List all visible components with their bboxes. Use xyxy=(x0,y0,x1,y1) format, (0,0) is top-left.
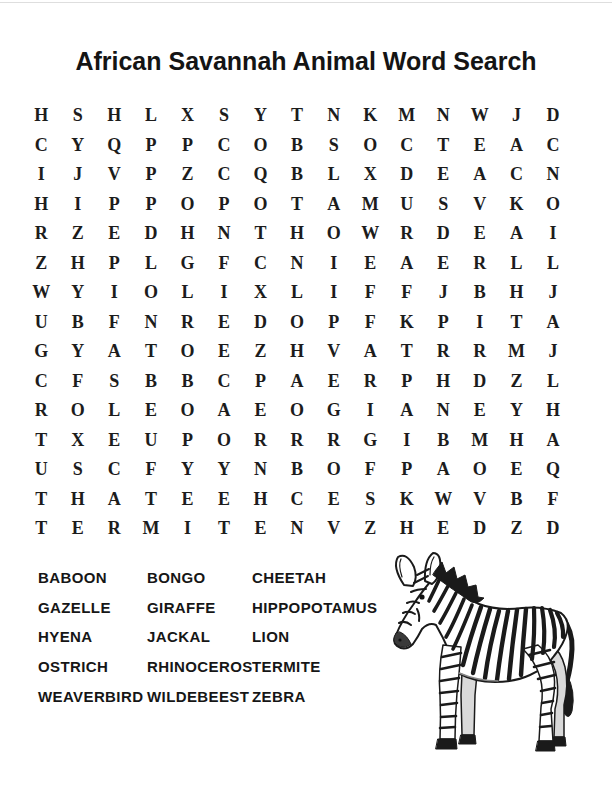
grid-cell-r11c2[interactable]: O xyxy=(60,396,97,426)
grid-cell-r2c13[interactable]: E xyxy=(462,131,499,161)
grid-cell-r10c13[interactable]: D xyxy=(462,367,499,397)
grid-cell-r6c10[interactable]: E xyxy=(352,249,389,279)
grid-cell-r15c3[interactable]: R xyxy=(96,514,133,544)
grid-cell-r9c4[interactable]: T xyxy=(133,337,170,367)
grid-cell-r12c8[interactable]: R xyxy=(279,426,316,456)
grid-cell-r11c8[interactable]: O xyxy=(279,396,316,426)
grid-cell-r6c7[interactable]: C xyxy=(242,249,279,279)
grid-cell-r9c15[interactable]: J xyxy=(535,337,572,367)
grid-cell-r15c10[interactable]: Z xyxy=(352,514,389,544)
grid-cell-r12c2[interactable]: X xyxy=(60,426,97,456)
grid-cell-r1c3[interactable]: H xyxy=(96,101,133,131)
page-title: African Savannah Animal Word Search xyxy=(0,47,612,76)
grid-cell-r7c13[interactable]: B xyxy=(462,278,499,308)
grid-cell-r2c6[interactable]: C xyxy=(206,131,243,161)
grid-cell-r10c1[interactable]: C xyxy=(23,367,60,397)
grid-cell-r1c4[interactable]: L xyxy=(133,101,170,131)
grid-cell-r11c9[interactable]: G xyxy=(315,396,352,426)
grid-cell-r3c5[interactable]: Z xyxy=(169,160,206,190)
grid-cell-r15c12[interactable]: E xyxy=(425,514,462,544)
grid-cell-r5c5[interactable]: H xyxy=(169,219,206,249)
grid-cell-r6c4[interactable]: L xyxy=(133,249,170,279)
grid-cell-r5c2[interactable]: Z xyxy=(60,219,97,249)
grid-cell-r11c11[interactable]: A xyxy=(388,396,425,426)
grid-cell-r3c14[interactable]: C xyxy=(498,160,535,190)
grid-cell-r15c15[interactable]: D xyxy=(535,514,572,544)
grid-cell-r2c9[interactable]: S xyxy=(315,131,352,161)
grid-cell-r15c6[interactable]: T xyxy=(206,514,243,544)
grid-cell-r5c1[interactable]: R xyxy=(23,219,60,249)
word-list-item-zebra: ZEBRA xyxy=(252,688,377,705)
grid-cell-r15c11[interactable]: H xyxy=(388,514,425,544)
grid-cell-r10c9[interactable]: E xyxy=(315,367,352,397)
grid-cell-r14c9[interactable]: E xyxy=(315,485,352,515)
grid-cell-r7c2[interactable]: Y xyxy=(60,278,97,308)
grid-cell-r11c3[interactable]: L xyxy=(96,396,133,426)
grid-cell-r14c15[interactable]: F xyxy=(535,485,572,515)
grid-cell-r7c8[interactable]: L xyxy=(279,278,316,308)
grid-cell-r8c3[interactable]: F xyxy=(96,308,133,338)
grid-cell-r1c10[interactable]: K xyxy=(352,101,389,131)
grid-cell-r15c4[interactable]: M xyxy=(133,514,170,544)
grid-cell-r6c11[interactable]: A xyxy=(388,249,425,279)
grid-cell-r3c10[interactable]: X xyxy=(352,160,389,190)
grid-cell-r1c8[interactable]: T xyxy=(279,101,316,131)
grid-cell-r2c15[interactable]: C xyxy=(535,131,572,161)
grid-cell-r3c3[interactable]: V xyxy=(96,160,133,190)
grid-cell-r5c4[interactable]: D xyxy=(133,219,170,249)
grid-cell-r2c4[interactable]: P xyxy=(133,131,170,161)
grid-cell-r4c4[interactable]: P xyxy=(133,190,170,220)
grid-cell-r11c12[interactable]: N xyxy=(425,396,462,426)
grid-cell-r3c6[interactable]: C xyxy=(206,160,243,190)
grid-cell-r8c6[interactable]: E xyxy=(206,308,243,338)
grid-cell-r7c12[interactable]: J xyxy=(425,278,462,308)
grid-cell-r10c15[interactable]: L xyxy=(535,367,572,397)
grid-cell-r5c14[interactable]: A xyxy=(498,219,535,249)
grid-cell-r4c12[interactable]: S xyxy=(425,190,462,220)
grid-cell-r12c7[interactable]: R xyxy=(242,426,279,456)
grid-cell-r5c15[interactable]: I xyxy=(535,219,572,249)
grid-cell-r12c15[interactable]: A xyxy=(535,426,572,456)
grid-cell-r9c7[interactable]: Z xyxy=(242,337,279,367)
grid-cell-r10c6[interactable]: C xyxy=(206,367,243,397)
grid-cell-r8c8[interactable]: O xyxy=(279,308,316,338)
grid-cell-r14c14[interactable]: B xyxy=(498,485,535,515)
grid-cell-r12c12[interactable]: B xyxy=(425,426,462,456)
grid-cell-r4c6[interactable]: P xyxy=(206,190,243,220)
word-list: BABOONBONGOCHEETAHGAZELLEGIRAFFEHIPPOPOT… xyxy=(38,563,377,711)
grid-cell-r2c5[interactable]: P xyxy=(169,131,206,161)
word-list-item-gazelle: GAZELLE xyxy=(38,599,147,616)
grid-cell-r13c3[interactable]: C xyxy=(96,455,133,485)
grid-cell-r9c6[interactable]: E xyxy=(206,337,243,367)
word-list-item-rhinoceros: RHINOCEROS xyxy=(147,658,252,675)
grid-cell-r1c7[interactable]: Y xyxy=(242,101,279,131)
grid-cell-r5c8[interactable]: H xyxy=(279,219,316,249)
grid-cell-r9c5[interactable]: O xyxy=(169,337,206,367)
grid-cell-r13c1[interactable]: U xyxy=(23,455,60,485)
grid-cell-r6c15[interactable]: L xyxy=(535,249,572,279)
grid-cell-r8c11[interactable]: K xyxy=(388,308,425,338)
grid-cell-r6c3[interactable]: P xyxy=(96,249,133,279)
grid-cell-r15c5[interactable]: I xyxy=(169,514,206,544)
grid-cell-r12c5[interactable]: P xyxy=(169,426,206,456)
grid-cell-r2c12[interactable]: T xyxy=(425,131,462,161)
grid-cell-r1c12[interactable]: N xyxy=(425,101,462,131)
grid-cell-r14c10[interactable]: S xyxy=(352,485,389,515)
grid-cell-r10c10[interactable]: R xyxy=(352,367,389,397)
word-list-item-wildebeest: WILDEBEEST xyxy=(147,688,252,705)
grid-cell-r4c7[interactable]: O xyxy=(242,190,279,220)
grid-cell-r12c3[interactable]: E xyxy=(96,426,133,456)
grid-cell-r9c10[interactable]: A xyxy=(352,337,389,367)
grid-cell-r8c12[interactable]: P xyxy=(425,308,462,338)
grid-cell-r6c12[interactable]: E xyxy=(425,249,462,279)
grid-cell-r11c15[interactable]: H xyxy=(535,396,572,426)
grid-cell-r10c11[interactable]: P xyxy=(388,367,425,397)
grid-cell-r5c6[interactable]: N xyxy=(206,219,243,249)
grid-cell-r2c7[interactable]: O xyxy=(242,131,279,161)
grid-cell-r7c4[interactable]: O xyxy=(133,278,170,308)
word-list-item-hyena: HYENA xyxy=(38,628,147,645)
grid-cell-r7c7[interactable]: X xyxy=(242,278,279,308)
word-search-grid: HSHLXSYTNKMNWJDCYQPPCOBSOCTEACIJVPZCQBLX… xyxy=(23,101,571,544)
grid-cell-r5c10[interactable]: W xyxy=(352,219,389,249)
grid-cell-r6c8[interactable]: N xyxy=(279,249,316,279)
grid-cell-r9c12[interactable]: R xyxy=(425,337,462,367)
grid-cell-r10c5[interactable]: B xyxy=(169,367,206,397)
grid-cell-r15c7[interactable]: E xyxy=(242,514,279,544)
grid-cell-r4c1[interactable]: H xyxy=(23,190,60,220)
grid-cell-r3c15[interactable]: N xyxy=(535,160,572,190)
grid-cell-r8c2[interactable]: B xyxy=(60,308,97,338)
grid-cell-r4c2[interactable]: I xyxy=(60,190,97,220)
grid-cell-r13c14[interactable]: E xyxy=(498,455,535,485)
grid-cell-r14c4[interactable]: T xyxy=(133,485,170,515)
grid-cell-r7c11[interactable]: F xyxy=(388,278,425,308)
grid-cell-r6c5[interactable]: G xyxy=(169,249,206,279)
grid-cell-r12c11[interactable]: I xyxy=(388,426,425,456)
grid-cell-r2c14[interactable]: A xyxy=(498,131,535,161)
word-list-item-weaverbird: WEAVERBIRD xyxy=(38,688,147,705)
grid-cell-r11c13[interactable]: E xyxy=(462,396,499,426)
grid-cell-r4c5[interactable]: O xyxy=(169,190,206,220)
word-list-item-ostrich: OSTRICH xyxy=(38,658,147,675)
grid-cell-r2c11[interactable]: C xyxy=(388,131,425,161)
grid-cell-r15c14[interactable]: Z xyxy=(498,514,535,544)
zebra-illustration xyxy=(383,545,588,765)
grid-cell-r11c6[interactable]: A xyxy=(206,396,243,426)
word-list-item-baboon: BABOON xyxy=(38,569,147,586)
grid-cell-r14c6[interactable]: E xyxy=(206,485,243,515)
word-list-item-hippopotamus: HIPPOPOTAMUS xyxy=(252,599,377,616)
grid-cell-r8c14[interactable]: T xyxy=(498,308,535,338)
grid-cell-r10c12[interactable]: H xyxy=(425,367,462,397)
grid-cell-r15c1[interactable]: T xyxy=(23,514,60,544)
grid-cell-r11c14[interactable]: Y xyxy=(498,396,535,426)
grid-cell-r11c4[interactable]: E xyxy=(133,396,170,426)
grid-cell-r4c8[interactable]: T xyxy=(279,190,316,220)
word-list-item-giraffe: GIRAFFE xyxy=(147,599,252,616)
grid-cell-r8c15[interactable]: A xyxy=(535,308,572,338)
grid-cell-r4c11[interactable]: U xyxy=(388,190,425,220)
grid-cell-r2c8[interactable]: B xyxy=(279,131,316,161)
grid-cell-r11c10[interactable]: I xyxy=(352,396,389,426)
grid-cell-r12c13[interactable]: M xyxy=(462,426,499,456)
grid-cell-r7c6[interactable]: I xyxy=(206,278,243,308)
grid-cell-r14c12[interactable]: W xyxy=(425,485,462,515)
grid-cell-r6c1[interactable]: Z xyxy=(23,249,60,279)
grid-cell-r13c10[interactable]: F xyxy=(352,455,389,485)
grid-cell-r6c6[interactable]: F xyxy=(206,249,243,279)
grid-cell-r3c2[interactable]: J xyxy=(60,160,97,190)
grid-cell-r1c2[interactable]: S xyxy=(60,101,97,131)
grid-cell-r1c9[interactable]: N xyxy=(315,101,352,131)
grid-cell-r13c7[interactable]: N xyxy=(242,455,279,485)
grid-cell-r10c8[interactable]: A xyxy=(279,367,316,397)
grid-cell-r11c5[interactable]: O xyxy=(169,396,206,426)
grid-cell-r9c13[interactable]: R xyxy=(462,337,499,367)
grid-cell-r12c14[interactable]: H xyxy=(498,426,535,456)
grid-cell-r6c2[interactable]: H xyxy=(60,249,97,279)
grid-cell-r10c3[interactable]: S xyxy=(96,367,133,397)
grid-cell-r1c6[interactable]: S xyxy=(206,101,243,131)
grid-cell-r12c1[interactable]: T xyxy=(23,426,60,456)
grid-cell-r3c13[interactable]: A xyxy=(462,160,499,190)
grid-cell-r15c8[interactable]: N xyxy=(279,514,316,544)
grid-cell-r6c14[interactable]: L xyxy=(498,249,535,279)
grid-cell-r9c3[interactable]: A xyxy=(96,337,133,367)
grid-cell-r15c9[interactable]: V xyxy=(315,514,352,544)
grid-cell-r8c4[interactable]: N xyxy=(133,308,170,338)
grid-cell-r5c3[interactable]: E xyxy=(96,219,133,249)
grid-cell-r8c7[interactable]: D xyxy=(242,308,279,338)
grid-cell-r7c5[interactable]: L xyxy=(169,278,206,308)
grid-cell-r5c12[interactable]: D xyxy=(425,219,462,249)
grid-cell-r8c1[interactable]: U xyxy=(23,308,60,338)
grid-cell-r9c9[interactable]: V xyxy=(315,337,352,367)
grid-cell-r1c13[interactable]: W xyxy=(462,101,499,131)
grid-cell-r3c9[interactable]: L xyxy=(315,160,352,190)
grid-cell-r9c11[interactable]: T xyxy=(388,337,425,367)
grid-cell-r14c11[interactable]: K xyxy=(388,485,425,515)
grid-cell-r14c3[interactable]: A xyxy=(96,485,133,515)
grid-cell-r11c1[interactable]: R xyxy=(23,396,60,426)
grid-cell-r14c7[interactable]: H xyxy=(242,485,279,515)
grid-cell-r7c1[interactable]: W xyxy=(23,278,60,308)
grid-cell-r3c1[interactable]: I xyxy=(23,160,60,190)
grid-cell-r10c7[interactable]: P xyxy=(242,367,279,397)
word-list-item-bongo: BONGO xyxy=(147,569,252,586)
grid-cell-r3c11[interactable]: D xyxy=(388,160,425,190)
grid-cell-r9c1[interactable]: G xyxy=(23,337,60,367)
grid-cell-r4c13[interactable]: V xyxy=(462,190,499,220)
grid-cell-r10c2[interactable]: F xyxy=(60,367,97,397)
grid-cell-r4c14[interactable]: K xyxy=(498,190,535,220)
grid-cell-r7c10[interactable]: F xyxy=(352,278,389,308)
grid-cell-r3c4[interactable]: P xyxy=(133,160,170,190)
grid-cell-r5c9[interactable]: O xyxy=(315,219,352,249)
grid-cell-r2c3[interactable]: Q xyxy=(96,131,133,161)
grid-cell-r1c1[interactable]: H xyxy=(23,101,60,131)
grid-cell-r14c13[interactable]: V xyxy=(462,485,499,515)
grid-cell-r12c4[interactable]: U xyxy=(133,426,170,456)
grid-cell-r1c11[interactable]: M xyxy=(388,101,425,131)
grid-cell-r5c13[interactable]: E xyxy=(462,219,499,249)
grid-cell-r13c6[interactable]: Y xyxy=(206,455,243,485)
grid-cell-r9c2[interactable]: Y xyxy=(60,337,97,367)
grid-cell-r4c9[interactable]: A xyxy=(315,190,352,220)
grid-cell-r15c13[interactable]: D xyxy=(462,514,499,544)
grid-cell-r9c8[interactable]: H xyxy=(279,337,316,367)
grid-cell-r12c6[interactable]: O xyxy=(206,426,243,456)
zebra-image xyxy=(383,545,588,765)
grid-cell-r4c15[interactable]: O xyxy=(535,190,572,220)
word-list-item-cheetah: CHEETAH xyxy=(252,569,377,586)
grid-cell-r4c10[interactable]: M xyxy=(352,190,389,220)
grid-cell-r7c14[interactable]: H xyxy=(498,278,535,308)
grid-cell-r13c2[interactable]: S xyxy=(60,455,97,485)
grid-cell-r7c15[interactable]: J xyxy=(535,278,572,308)
grid-cell-r13c4[interactable]: F xyxy=(133,455,170,485)
grid-cell-r4c3[interactable]: P xyxy=(96,190,133,220)
word-list-item-lion: LION xyxy=(252,628,377,645)
grid-cell-r13c11[interactable]: P xyxy=(388,455,425,485)
grid-cell-r15c2[interactable]: E xyxy=(60,514,97,544)
grid-cell-r14c2[interactable]: H xyxy=(60,485,97,515)
grid-cell-r13c9[interactable]: O xyxy=(315,455,352,485)
grid-cell-r11c7[interactable]: E xyxy=(242,396,279,426)
grid-cell-r12c10[interactable]: G xyxy=(352,426,389,456)
grid-cell-r1c15[interactable]: D xyxy=(535,101,572,131)
grid-cell-r10c14[interactable]: Z xyxy=(498,367,535,397)
grid-cell-r6c13[interactable]: R xyxy=(462,249,499,279)
grid-cell-r14c1[interactable]: T xyxy=(23,485,60,515)
grid-cell-r13c13[interactable]: O xyxy=(462,455,499,485)
grid-cell-r3c8[interactable]: B xyxy=(279,160,316,190)
grid-cell-r9c14[interactable]: M xyxy=(498,337,535,367)
word-list-item-jackal: JACKAL xyxy=(147,628,252,645)
word-list-item-termite: TERMITE xyxy=(252,658,377,675)
grid-cell-r8c10[interactable]: F xyxy=(352,308,389,338)
grid-cell-r13c8[interactable]: B xyxy=(279,455,316,485)
grid-cell-r12c9[interactable]: R xyxy=(315,426,352,456)
grid-cell-r1c14[interactable]: J xyxy=(498,101,535,131)
grid-cell-r8c13[interactable]: I xyxy=(462,308,499,338)
grid-cell-r8c9[interactable]: P xyxy=(315,308,352,338)
grid-cell-r3c12[interactable]: E xyxy=(425,160,462,190)
grid-cell-r13c5[interactable]: Y xyxy=(169,455,206,485)
grid-cell-r8c5[interactable]: R xyxy=(169,308,206,338)
grid-cell-r3c7[interactable]: Q xyxy=(242,160,279,190)
grid-cell-r10c4[interactable]: B xyxy=(133,367,170,397)
grid-cell-r2c1[interactable]: C xyxy=(23,131,60,161)
grid-cell-r13c12[interactable]: A xyxy=(425,455,462,485)
grid-cell-r14c8[interactable]: C xyxy=(279,485,316,515)
grid-cell-r5c7[interactable]: T xyxy=(242,219,279,249)
grid-cell-r14c5[interactable]: E xyxy=(169,485,206,515)
grid-cell-r2c2[interactable]: Y xyxy=(60,131,97,161)
grid-cell-r6c9[interactable]: I xyxy=(315,249,352,279)
grid-cell-r5c11[interactable]: R xyxy=(388,219,425,249)
grid-cell-r13c15[interactable]: Q xyxy=(535,455,572,485)
grid-cell-r7c3[interactable]: I xyxy=(96,278,133,308)
grid-cell-r2c10[interactable]: O xyxy=(352,131,389,161)
page-top-edge xyxy=(0,2,612,3)
grid-cell-r7c9[interactable]: I xyxy=(315,278,352,308)
grid-cell-r1c5[interactable]: X xyxy=(169,101,206,131)
